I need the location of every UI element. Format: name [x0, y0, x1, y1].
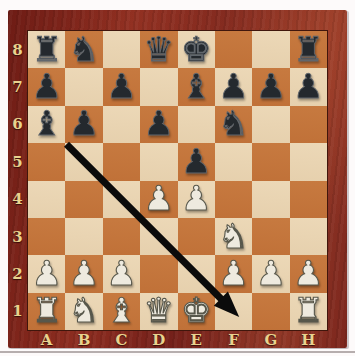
square-g4[interactable]	[252, 181, 289, 218]
square-a3[interactable]	[28, 218, 65, 255]
square-h5[interactable]	[290, 143, 327, 180]
white-pawn: ♟	[144, 181, 174, 215]
square-d5[interactable]	[140, 143, 177, 180]
rank-labels: 87654321	[8, 31, 27, 330]
white-knight: ♞	[69, 293, 99, 327]
square-e1[interactable]: ♚	[178, 293, 215, 330]
square-h2[interactable]: ♟	[290, 255, 327, 292]
file-label-B: B	[65, 331, 102, 348]
square-f3[interactable]: ♞	[215, 218, 252, 255]
square-a5[interactable]	[28, 143, 65, 180]
black-bishop: ♝	[31, 106, 61, 140]
square-e2[interactable]	[178, 255, 215, 292]
square-f6[interactable]: ♞	[215, 106, 252, 143]
square-b7[interactable]	[65, 68, 102, 105]
square-h4[interactable]	[290, 181, 327, 218]
square-e6[interactable]	[178, 106, 215, 143]
black-pawn: ♟	[256, 69, 286, 103]
square-d2[interactable]	[140, 255, 177, 292]
square-e3[interactable]	[178, 218, 215, 255]
black-knight: ♞	[69, 32, 99, 66]
square-g5[interactable]	[252, 143, 289, 180]
square-e8[interactable]: ♚	[178, 31, 215, 68]
black-king: ♚	[181, 32, 211, 66]
rank-label-6: 6	[8, 106, 27, 143]
file-label-D: D	[140, 331, 177, 348]
square-f5[interactable]	[215, 143, 252, 180]
square-f1[interactable]	[215, 293, 252, 330]
white-pawn: ♟	[106, 256, 136, 290]
square-g2[interactable]: ♟	[252, 255, 289, 292]
square-a4[interactable]	[28, 181, 65, 218]
board: ♜♞♛♚♜♟♟♝♟♟♟♝♟♟♞♟♟♟♞♟♟♟♟♟♟♜♞♝♛♚♜	[27, 30, 328, 331]
rank-label-8: 8	[8, 31, 27, 68]
rank-label-4: 4	[8, 181, 27, 218]
square-b6[interactable]: ♟	[65, 106, 102, 143]
white-bishop: ♝	[106, 293, 136, 327]
rank-label-5: 5	[8, 143, 27, 180]
white-rook: ♜	[31, 293, 61, 327]
file-label-F: F	[215, 331, 252, 348]
chess-diagram: 87654321 ABCDEFGH ♜♞♛♚♜♟♟♝♟♟♟♝♟♟♞♟♟♟♞♟♟♟…	[0, 0, 355, 356]
square-h1[interactable]: ♜	[290, 293, 327, 330]
square-b5[interactable]	[65, 143, 102, 180]
square-b1[interactable]: ♞	[65, 293, 102, 330]
square-c4[interactable]	[103, 181, 140, 218]
square-c7[interactable]: ♟	[103, 68, 140, 105]
file-label-C: C	[103, 331, 140, 348]
black-pawn: ♟	[144, 106, 174, 140]
square-b2[interactable]: ♟	[65, 255, 102, 292]
square-f7[interactable]: ♟	[215, 68, 252, 105]
square-c3[interactable]	[103, 218, 140, 255]
square-d3[interactable]	[140, 218, 177, 255]
square-c2[interactable]: ♟	[103, 255, 140, 292]
white-rook: ♜	[293, 293, 323, 327]
square-e4[interactable]: ♟	[178, 181, 215, 218]
file-labels: ABCDEFGH	[28, 331, 327, 348]
black-queen: ♛	[144, 32, 174, 66]
white-pawn: ♟	[256, 256, 286, 290]
square-c5[interactable]	[103, 143, 140, 180]
file-label-E: E	[178, 331, 215, 348]
black-rook: ♜	[293, 32, 323, 66]
black-pawn: ♟	[181, 144, 211, 178]
square-h8[interactable]: ♜	[290, 31, 327, 68]
white-pawn: ♟	[181, 181, 211, 215]
square-c8[interactable]	[103, 31, 140, 68]
black-knight: ♞	[218, 106, 248, 140]
white-pawn: ♟	[218, 256, 248, 290]
square-h3[interactable]	[290, 218, 327, 255]
square-e7[interactable]: ♝	[178, 68, 215, 105]
file-label-G: G	[252, 331, 289, 348]
square-e5[interactable]: ♟	[178, 143, 215, 180]
square-h6[interactable]	[290, 106, 327, 143]
black-rook: ♜	[31, 32, 61, 66]
white-pawn: ♟	[31, 256, 61, 290]
black-pawn: ♟	[31, 69, 61, 103]
square-a2[interactable]: ♟	[28, 255, 65, 292]
square-d4[interactable]: ♟	[140, 181, 177, 218]
white-pawn: ♟	[293, 256, 323, 290]
board-frame: 87654321 ABCDEFGH ♜♞♛♚♜♟♟♝♟♟♟♝♟♟♞♟♟♟♞♟♟♟…	[8, 10, 347, 348]
square-g3[interactable]	[252, 218, 289, 255]
black-pawn: ♟	[293, 69, 323, 103]
square-g8[interactable]	[252, 31, 289, 68]
white-queen: ♛	[144, 293, 174, 327]
file-label-H: H	[290, 331, 327, 348]
rank-label-7: 7	[8, 68, 27, 105]
square-h7[interactable]: ♟	[290, 68, 327, 105]
square-c6[interactable]	[103, 106, 140, 143]
square-g1[interactable]	[252, 293, 289, 330]
page-edge-line	[0, 351, 355, 353]
square-a6[interactable]: ♝	[28, 106, 65, 143]
square-f8[interactable]	[215, 31, 252, 68]
black-bishop: ♝	[181, 69, 211, 103]
rank-label-1: 1	[8, 293, 27, 330]
square-g6[interactable]	[252, 106, 289, 143]
square-b3[interactable]	[65, 218, 102, 255]
white-pawn: ♟	[69, 256, 99, 290]
rank-label-3: 3	[8, 218, 27, 255]
square-b8[interactable]: ♞	[65, 31, 102, 68]
white-king: ♚	[181, 293, 211, 327]
square-c1[interactable]: ♝	[103, 293, 140, 330]
file-label-A: A	[28, 331, 65, 348]
square-f2[interactable]: ♟	[215, 255, 252, 292]
square-a8[interactable]: ♜	[28, 31, 65, 68]
white-knight: ♞	[218, 219, 248, 253]
square-a7[interactable]: ♟	[28, 68, 65, 105]
square-d1[interactable]: ♛	[140, 293, 177, 330]
square-d7[interactable]	[140, 68, 177, 105]
black-pawn: ♟	[218, 69, 248, 103]
square-d6[interactable]: ♟	[140, 106, 177, 143]
square-d8[interactable]: ♛	[140, 31, 177, 68]
square-f4[interactable]	[215, 181, 252, 218]
black-pawn: ♟	[106, 69, 136, 103]
rank-label-2: 2	[8, 255, 27, 292]
black-pawn: ♟	[69, 106, 99, 140]
square-a1[interactable]: ♜	[28, 293, 65, 330]
square-b4[interactable]	[65, 181, 102, 218]
square-g7[interactable]: ♟	[252, 68, 289, 105]
